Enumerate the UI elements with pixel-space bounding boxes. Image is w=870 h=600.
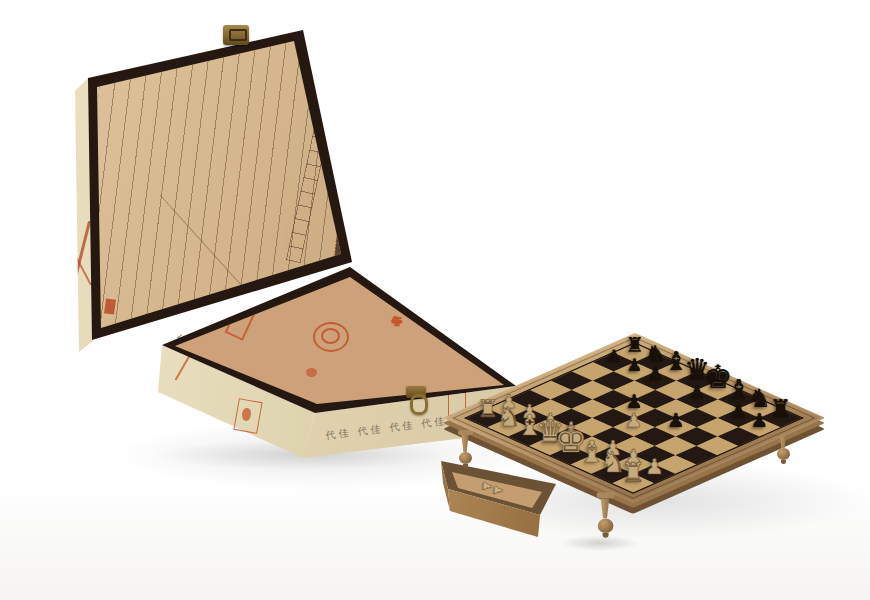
drawer-spare-white-pawn: ♟ bbox=[491, 484, 506, 496]
leg-ball-foot bbox=[597, 519, 613, 533]
red-twig-drawing bbox=[74, 255, 92, 286]
leg-tip bbox=[602, 533, 608, 538]
leg-shaft bbox=[461, 435, 470, 452]
red-ring-print bbox=[321, 328, 340, 344]
red-seal-stamp bbox=[104, 298, 116, 314]
product-photo-scene: 飲食約而精園蔬愈珍饈勿營華屋勿謀良田三姑六婆實淫盜之媒婢美妾嬌非閨房之福施惠無念… bbox=[0, 0, 870, 600]
leg-tip bbox=[463, 464, 468, 468]
board-leg-left bbox=[456, 430, 474, 468]
red-blotch-print bbox=[306, 368, 317, 377]
lid-clasp bbox=[223, 25, 249, 45]
leg-cap bbox=[458, 430, 473, 435]
leg-tip bbox=[781, 460, 786, 464]
leg-cap bbox=[596, 492, 614, 498]
leg-ball-foot bbox=[459, 452, 472, 464]
leg-shaft bbox=[600, 498, 611, 518]
base-clasp-hasp bbox=[410, 394, 428, 415]
leg-ball-foot bbox=[777, 448, 790, 460]
red-twig-drawing bbox=[70, 221, 91, 294]
board-leg-near bbox=[594, 492, 616, 538]
